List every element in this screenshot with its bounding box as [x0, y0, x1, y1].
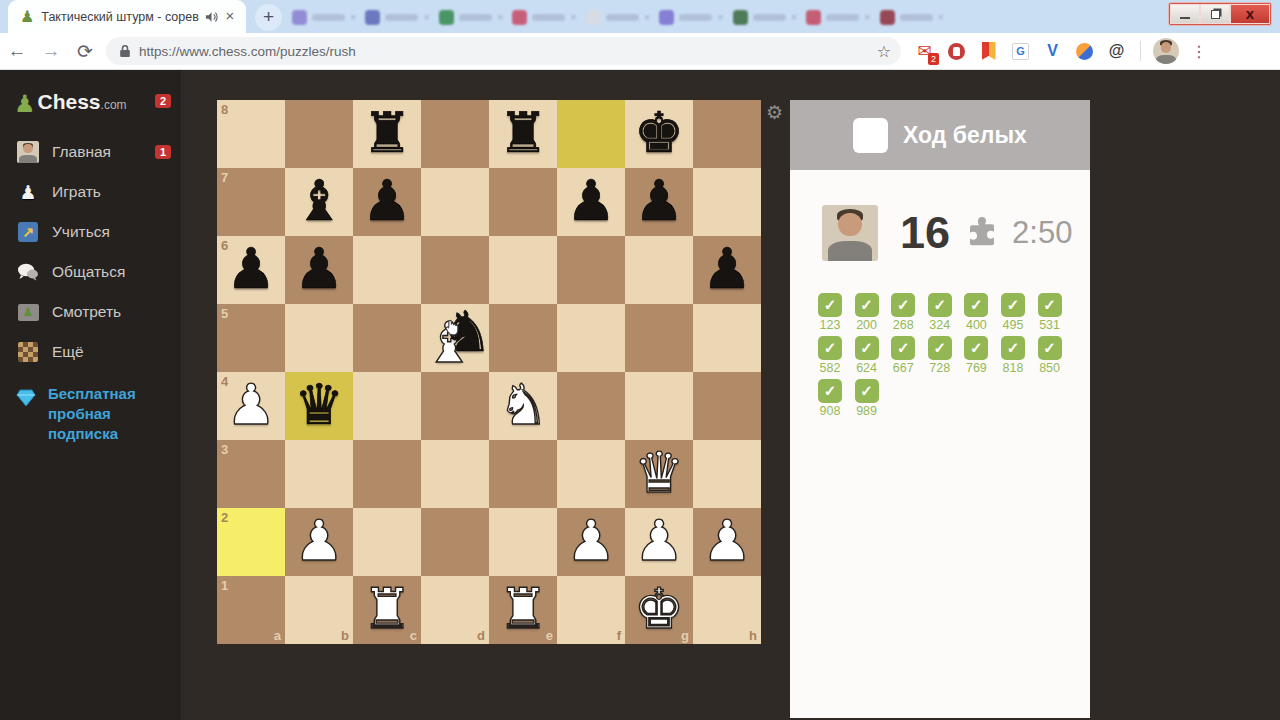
check-icon: ✓ — [964, 293, 988, 317]
black-pawn[interactable]: ♟ — [693, 236, 761, 304]
square-d7[interactable] — [421, 168, 489, 236]
square-c5[interactable] — [353, 304, 421, 372]
check-icon: ✓ — [1001, 293, 1025, 317]
solved-puzzle-rating: 268 — [891, 318, 915, 332]
browser-menu-icon[interactable]: ⋮ — [1191, 42, 1207, 61]
chesscom-favicon-pawn-icon: ♟ — [20, 7, 34, 26]
sidebar-item-4[interactable]: Общаться — [0, 252, 181, 292]
solved-puzzle: ✓200 — [855, 293, 879, 332]
square-b1[interactable]: b — [285, 576, 353, 644]
square-e2[interactable] — [489, 508, 557, 576]
solved-puzzle: ✓908 — [818, 379, 842, 418]
solved-puzzle: ✓400 — [964, 293, 988, 332]
rank-label: 7 — [221, 170, 228, 185]
pawn-hand-icon: ♟ — [16, 180, 40, 204]
solved-puzzle-rating: 200 — [855, 318, 879, 332]
square-b4[interactable]: ♛ — [285, 372, 353, 440]
new-tab-button[interactable]: + — [255, 4, 282, 31]
square-f7[interactable]: ♟ — [557, 168, 625, 236]
logo-pawn-icon: ♟ — [14, 90, 36, 118]
notification-badge: 2 — [155, 94, 171, 108]
swirl-extension-extension-icon[interactable] — [1075, 42, 1094, 61]
square-c4[interactable] — [353, 372, 421, 440]
square-h3[interactable] — [693, 440, 761, 508]
square-d1[interactable]: d — [421, 576, 489, 644]
browser-window: ♟ Тактический штурм - сорев × + ××××××××… — [0, 0, 1280, 720]
square-a8[interactable]: 8 — [217, 100, 285, 168]
sidebar-item-label: Играть — [52, 183, 101, 201]
white-queen[interactable]: ♛ — [625, 440, 693, 508]
background-tab[interactable]: × — [806, 10, 870, 25]
file-label: a — [274, 628, 281, 643]
background-tab[interactable]: × — [586, 10, 650, 25]
white-pawn[interactable]: ♟ — [693, 508, 761, 576]
square-g3[interactable]: ♛ — [625, 440, 693, 508]
square-f5[interactable] — [557, 304, 625, 372]
logo-tld-text: .com — [101, 98, 127, 112]
browser-profile-avatar[interactable] — [1153, 38, 1179, 64]
square-d8[interactable] — [421, 100, 489, 168]
check-icon: ✓ — [891, 293, 915, 317]
square-c1[interactable]: c♜ — [353, 576, 421, 644]
trial-label-line1: Бесплатная пробная — [48, 384, 171, 424]
solved-puzzle-rating: 667 — [891, 361, 915, 375]
reload-button-icon[interactable]: ⟳ — [68, 40, 102, 63]
check-icon: ✓ — [928, 336, 952, 360]
rank-label: 1 — [221, 578, 228, 593]
sidebar-item-label: Общаться — [52, 263, 125, 281]
sidebar-item-3[interactable]: ↗Учиться — [0, 212, 181, 252]
square-e4[interactable]: ♞ — [489, 372, 557, 440]
trial-label-line2: подписка — [48, 424, 171, 444]
square-g8[interactable]: ♚ — [625, 100, 693, 168]
puzzle-rush-panel: Ход белых 16 2:50 ✓123✓200✓268✓324✓400✓4… — [790, 100, 1090, 718]
rank-label: 4 — [221, 374, 228, 389]
rank-label: 5 — [221, 306, 228, 321]
solved-puzzles-grid: ✓123✓200✓268✓324✓400✓495✓531✓582✓624✓667… — [818, 293, 1064, 418]
square-b8[interactable] — [285, 100, 353, 168]
background-tab[interactable]: × — [292, 10, 356, 25]
puzzle-score: 16 — [900, 207, 950, 259]
solved-puzzle: ✓818 — [1001, 336, 1025, 375]
square-d2[interactable] — [421, 508, 489, 576]
google-translate-extension-icon[interactable]: G — [1011, 42, 1030, 61]
window-close-button[interactable]: x — [1230, 4, 1270, 24]
solved-puzzle-rating: 400 — [964, 318, 988, 332]
square-b5[interactable] — [285, 304, 353, 372]
turn-indicator-header: Ход белых — [790, 100, 1090, 170]
check-icon: ✓ — [964, 336, 988, 360]
square-d5[interactable]: ♝♞ — [421, 304, 489, 372]
address-bar[interactable]: https://www.chess.com/puzzles/rush ☆ — [106, 37, 901, 65]
mini-board-icon — [16, 340, 40, 364]
check-icon: ✓ — [1038, 336, 1062, 360]
https-lock-icon — [119, 44, 131, 58]
square-a6[interactable]: 6♟ — [217, 236, 285, 304]
rank-label: 6 — [221, 238, 228, 253]
square-h7[interactable] — [693, 168, 761, 236]
bookmark-star-icon[interactable]: ☆ — [877, 42, 891, 61]
check-icon: ✓ — [855, 336, 879, 360]
solved-puzzle-rating: 531 — [1038, 318, 1062, 332]
file-label: b — [341, 628, 349, 643]
solved-puzzle: ✓582 — [818, 336, 842, 375]
black-bishop[interactable]: ♝ — [285, 168, 353, 236]
square-b7[interactable]: ♝ — [285, 168, 353, 236]
background-tab[interactable]: × — [659, 10, 723, 25]
back-button-icon[interactable]: ← — [0, 40, 34, 62]
tab-close-icon[interactable]: × — [222, 9, 238, 25]
chess-board[interactable]: 8♜♜♚7♝♟♟♟6♟♟♟5♝♞4♟♛♞3♛2♟♟♟♟1abc♜de♜fg♚h — [217, 100, 761, 644]
square-f2[interactable]: ♟ — [557, 508, 625, 576]
square-c7[interactable]: ♟ — [353, 168, 421, 236]
square-h6[interactable]: ♟ — [693, 236, 761, 304]
solved-puzzle: ✓324 — [928, 293, 952, 332]
check-icon: ✓ — [818, 293, 842, 317]
solved-puzzle: ✓624 — [855, 336, 879, 375]
background-tab[interactable]: × — [512, 10, 576, 25]
solved-puzzle-rating: 624 — [855, 361, 879, 375]
file-label: g — [681, 628, 689, 643]
file-label: h — [749, 628, 757, 643]
square-f6[interactable] — [557, 236, 625, 304]
file-label: e — [546, 628, 553, 643]
square-e8[interactable]: ♜ — [489, 100, 557, 168]
check-icon: ✓ — [891, 336, 915, 360]
solved-puzzle-rating: 769 — [964, 361, 988, 375]
square-a1[interactable]: 1a — [217, 576, 285, 644]
solved-puzzle: ✓268 — [891, 293, 915, 332]
avatar-photo-icon — [16, 140, 40, 164]
background-tab[interactable]: × — [365, 10, 429, 25]
page-content: ♟ Chess .com 2 Главная1♟Играть↗УчитьсяОб… — [0, 70, 1280, 720]
solved-puzzle-rating: 989 — [855, 404, 879, 418]
rank-label: 8 — [221, 102, 228, 117]
square-f1[interactable]: f — [557, 576, 625, 644]
sidebar-item-trial[interactable]: Бесплатная пробная подписка — [0, 372, 181, 444]
url-text: https://www.chess.com/puzzles/rush — [139, 44, 877, 59]
square-g1[interactable]: g♚ — [625, 576, 693, 644]
square-c2[interactable] — [353, 508, 421, 576]
turn-indicator-text: Ход белых — [903, 122, 1027, 149]
solved-puzzle-rating: 495 — [1001, 318, 1025, 332]
forward-button-icon[interactable]: → — [34, 40, 68, 62]
white-pawn[interactable]: ♟ — [557, 508, 625, 576]
bookmarks-flag-extension-icon[interactable] — [979, 42, 998, 61]
square-f8[interactable] — [557, 100, 625, 168]
background-tab[interactable]: × — [880, 10, 944, 25]
background-tabs: ××××××××× — [292, 5, 944, 29]
window-minimize-button[interactable] — [1170, 4, 1200, 24]
sidebar-item-label: Ещё — [52, 343, 84, 361]
square-a5[interactable]: 5 — [217, 304, 285, 372]
window-restore-button[interactable] — [1200, 4, 1230, 24]
chesscom-logo[interactable]: ♟ Chess .com 2 — [0, 82, 181, 132]
logo-brand-text: Chess — [38, 90, 101, 114]
square-e3[interactable] — [489, 440, 557, 508]
solved-puzzle: ✓769 — [964, 336, 988, 375]
square-g2[interactable]: ♟ — [625, 508, 693, 576]
square-g6[interactable] — [625, 236, 693, 304]
check-icon: ✓ — [818, 336, 842, 360]
white-pawn[interactable]: ♟ — [285, 508, 353, 576]
tab-bar: ♟ Тактический штурм - сорев × + ××××××××… — [0, 0, 1280, 33]
black-pawn[interactable]: ♟ — [353, 168, 421, 236]
file-label: d — [477, 628, 485, 643]
toolbar-divider — [1140, 41, 1141, 61]
extension-icons: ✉2GV@ — [915, 42, 1126, 61]
solved-puzzle-rating: 582 — [818, 361, 842, 375]
solved-puzzle: ✓850 — [1038, 336, 1062, 375]
check-icon: ✓ — [855, 293, 879, 317]
active-tab[interactable]: ♟ Тактический штурм - сорев × — [8, 0, 246, 33]
square-e7[interactable] — [489, 168, 557, 236]
square-a7[interactable]: 7 — [217, 168, 285, 236]
square-g5[interactable] — [625, 304, 693, 372]
chat-bubbles-icon — [16, 260, 40, 284]
black-rook[interactable]: ♜ — [353, 100, 421, 168]
square-h5[interactable] — [693, 304, 761, 372]
board-settings-gear-icon[interactable]: ⚙ — [766, 101, 783, 123]
sidebar: ♟ Chess .com 2 Главная1♟Играть↗УчитьсяОб… — [0, 70, 181, 720]
square-h1[interactable]: h — [693, 576, 761, 644]
black-queen[interactable]: ♛ — [285, 372, 353, 440]
check-icon: ✓ — [1001, 336, 1025, 360]
v-extension-extension-icon[interactable]: V — [1043, 42, 1062, 61]
square-e1[interactable]: e♜ — [489, 576, 557, 644]
sidebar-item-1[interactable]: Главная1 — [0, 132, 181, 172]
file-label: f — [617, 628, 621, 643]
check-icon: ✓ — [818, 379, 842, 403]
sidebar-item-label: Смотреть — [52, 303, 121, 321]
puzzle-piece-icon — [964, 217, 1000, 249]
solved-puzzle-rating: 908 — [818, 404, 842, 418]
player-avatar[interactable] — [822, 205, 878, 261]
sidebar-item-6[interactable]: Ещё — [0, 332, 181, 372]
square-a4[interactable]: 4♟ — [217, 372, 285, 440]
solved-puzzle: ✓531 — [1038, 293, 1062, 332]
sidebar-item-5[interactable]: ♟Смотреть — [0, 292, 181, 332]
sidebar-item-label: Главная — [52, 143, 111, 161]
square-c6[interactable] — [353, 236, 421, 304]
check-icon: ✓ — [1038, 293, 1062, 317]
rank-label: 3 — [221, 442, 228, 457]
black-pawn[interactable]: ♟ — [557, 168, 625, 236]
at-spiral-extension-extension-icon[interactable]: @ — [1107, 42, 1126, 61]
square-a2[interactable]: 2 — [217, 508, 285, 576]
black-king[interactable]: ♚ — [625, 100, 693, 168]
solved-puzzle: ✓989 — [855, 379, 879, 418]
square-c3[interactable] — [353, 440, 421, 508]
square-b3[interactable] — [285, 440, 353, 508]
sidebar-nav: Главная1♟Играть↗УчитьсяОбщаться♟Смотреть… — [0, 132, 181, 372]
score-row: 16 2:50 — [790, 203, 1090, 263]
square-c8[interactable]: ♜ — [353, 100, 421, 168]
tab-title: Тактический штурм - сорев — [41, 10, 201, 24]
solved-puzzle: ✓728 — [928, 336, 952, 375]
square-e6[interactable] — [489, 236, 557, 304]
square-d3[interactable] — [421, 440, 489, 508]
solved-puzzle: ✓667 — [891, 336, 915, 375]
solved-puzzle-rating: 818 — [1001, 361, 1025, 375]
square-f4[interactable] — [557, 372, 625, 440]
square-b2[interactable]: ♟ — [285, 508, 353, 576]
solved-puzzle-rating: 728 — [928, 361, 952, 375]
solved-puzzle-rating: 123 — [818, 318, 842, 332]
gmail-notifier-extension-icon[interactable]: ✉2 — [915, 42, 934, 61]
watch-screen-icon: ♟ — [16, 300, 40, 324]
check-icon: ✓ — [928, 293, 952, 317]
solved-puzzle-rating: 850 — [1038, 361, 1062, 375]
square-g7[interactable]: ♟ — [625, 168, 693, 236]
square-b6[interactable]: ♟ — [285, 236, 353, 304]
white-to-move-square — [853, 118, 888, 153]
sidebar-item-2[interactable]: ♟Играть — [0, 172, 181, 212]
tab-audio-speaker-icon[interactable] — [205, 11, 218, 23]
notification-badge: 1 — [155, 145, 171, 159]
sidebar-item-label: Учиться — [52, 223, 110, 241]
solved-puzzle-rating: 324 — [928, 318, 952, 332]
countdown-timer: 2:50 — [1012, 215, 1072, 251]
black-rook[interactable]: ♜ — [489, 100, 557, 168]
black-pawn[interactable]: ♟ — [625, 168, 693, 236]
white-pawn[interactable]: ♟ — [625, 508, 693, 576]
background-tab[interactable]: × — [439, 10, 503, 25]
learn-arrow-icon: ↗ — [16, 220, 40, 244]
square-a3[interactable]: 3 — [217, 440, 285, 508]
diamond-icon — [16, 386, 36, 410]
square-h4[interactable] — [693, 372, 761, 440]
file-label: c — [410, 628, 417, 643]
adblock-extension-icon[interactable] — [947, 42, 966, 61]
square-d6[interactable] — [421, 236, 489, 304]
square-h2[interactable]: ♟ — [693, 508, 761, 576]
square-h8[interactable] — [693, 100, 761, 168]
solved-puzzle: ✓123 — [818, 293, 842, 332]
white-knight[interactable]: ♞ — [489, 372, 557, 440]
hand-cursor-icon — [443, 317, 461, 336]
black-pawn[interactable]: ♟ — [285, 236, 353, 304]
square-f3[interactable] — [557, 440, 625, 508]
solved-puzzle: ✓495 — [1001, 293, 1025, 332]
square-d4[interactable] — [421, 372, 489, 440]
window-controls: x — [1168, 2, 1272, 26]
check-icon: ✓ — [855, 379, 879, 403]
browser-toolbar: ← → ⟳ https://www.chess.com/puzzles/rush… — [0, 33, 1280, 70]
background-tab[interactable]: × — [733, 10, 797, 25]
square-g4[interactable] — [625, 372, 693, 440]
rank-label: 2 — [221, 510, 228, 525]
